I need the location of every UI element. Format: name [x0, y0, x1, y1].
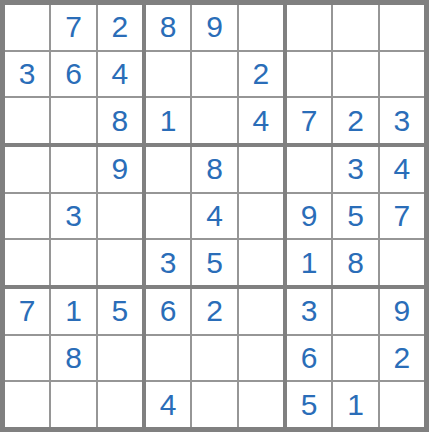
- cell-r1c9-empty[interactable]: [380, 5, 424, 50]
- cell-r7c8-empty[interactable]: [333, 289, 377, 334]
- cell-r8c5-empty[interactable]: [192, 336, 236, 381]
- cell-r2c8-empty[interactable]: [333, 52, 377, 97]
- cell-r2c9-empty[interactable]: [380, 52, 424, 97]
- cell-r3c7-given: 7: [287, 98, 331, 143]
- cell-r4c6-empty[interactable]: [239, 147, 283, 192]
- cell-r8c3-empty[interactable]: [98, 336, 142, 381]
- cell-r4c2-empty[interactable]: [51, 147, 95, 192]
- cell-r2c7-empty[interactable]: [287, 52, 331, 97]
- cell-r2c1-given: 3: [5, 52, 49, 97]
- cell-r5c5-given: 4: [192, 194, 236, 239]
- cell-r7c9-given: 9: [380, 289, 424, 334]
- sudoku-box-3: 723: [287, 5, 424, 143]
- cell-r3c2-empty[interactable]: [51, 98, 95, 143]
- cell-r7c3-given: 5: [98, 289, 142, 334]
- cell-r3c5-empty[interactable]: [192, 98, 236, 143]
- cell-r3c3-given: 8: [98, 98, 142, 143]
- cell-r6c2-empty[interactable]: [51, 240, 95, 285]
- cell-r1c6-empty[interactable]: [239, 5, 283, 50]
- cell-r5c2-given: 3: [51, 194, 95, 239]
- cell-r7c1-given: 7: [5, 289, 49, 334]
- sudoku-box-5: 8435: [146, 147, 283, 285]
- cell-r6c4-given: 3: [146, 240, 190, 285]
- cell-r1c4-given: 8: [146, 5, 190, 50]
- cell-r4c9-given: 4: [380, 147, 424, 192]
- cell-r8c9-given: 2: [380, 336, 424, 381]
- cell-r9c7-given: 5: [287, 382, 331, 427]
- cell-r1c1-empty[interactable]: [5, 5, 49, 50]
- cell-r7c6-empty[interactable]: [239, 289, 283, 334]
- cell-r8c4-empty[interactable]: [146, 336, 190, 381]
- cell-r6c8-given: 8: [333, 240, 377, 285]
- cell-r9c4-given: 4: [146, 382, 190, 427]
- cell-r9c9-empty[interactable]: [380, 382, 424, 427]
- cell-r1c5-given: 9: [192, 5, 236, 50]
- cell-r4c7-empty[interactable]: [287, 147, 331, 192]
- sudoku-box-1: 723648: [5, 5, 142, 143]
- sudoku-box-2: 89214: [146, 5, 283, 143]
- cell-r6c9-empty[interactable]: [380, 240, 424, 285]
- cell-r5c8-given: 5: [333, 194, 377, 239]
- cell-r3c8-given: 2: [333, 98, 377, 143]
- sudoku-box-7: 7158: [5, 289, 142, 427]
- sudoku-box-6: 3495718: [287, 147, 424, 285]
- cell-r9c3-empty[interactable]: [98, 382, 142, 427]
- sudoku-board: 7236488921472393843534957187158624396251: [0, 0, 429, 432]
- cell-r3c6-given: 4: [239, 98, 283, 143]
- cell-r5c4-empty[interactable]: [146, 194, 190, 239]
- cell-r5c1-empty[interactable]: [5, 194, 49, 239]
- cell-r5c7-given: 9: [287, 194, 331, 239]
- cell-r6c6-empty[interactable]: [239, 240, 283, 285]
- cell-r2c4-empty[interactable]: [146, 52, 190, 97]
- cell-r2c2-given: 6: [51, 52, 95, 97]
- cell-r1c2-given: 7: [51, 5, 95, 50]
- cell-r7c5-given: 2: [192, 289, 236, 334]
- cell-r9c1-empty[interactable]: [5, 382, 49, 427]
- cell-r4c8-given: 3: [333, 147, 377, 192]
- cell-r6c1-empty[interactable]: [5, 240, 49, 285]
- cell-r4c5-given: 8: [192, 147, 236, 192]
- sudoku-box-9: 396251: [287, 289, 424, 427]
- cell-r2c5-empty[interactable]: [192, 52, 236, 97]
- cell-r2c3-given: 4: [98, 52, 142, 97]
- cell-r1c3-given: 2: [98, 5, 142, 50]
- cell-r8c7-given: 6: [287, 336, 331, 381]
- cell-r5c6-empty[interactable]: [239, 194, 283, 239]
- cell-r1c7-empty[interactable]: [287, 5, 331, 50]
- cell-r1c8-empty[interactable]: [333, 5, 377, 50]
- cell-r9c2-empty[interactable]: [51, 382, 95, 427]
- cell-r9c6-empty[interactable]: [239, 382, 283, 427]
- cell-r6c3-empty[interactable]: [98, 240, 142, 285]
- cell-r7c7-given: 3: [287, 289, 331, 334]
- cell-r8c1-empty[interactable]: [5, 336, 49, 381]
- cell-r7c4-given: 6: [146, 289, 190, 334]
- cell-r4c4-empty[interactable]: [146, 147, 190, 192]
- cell-r8c2-given: 8: [51, 336, 95, 381]
- cell-r4c3-given: 9: [98, 147, 142, 192]
- cell-r6c5-given: 5: [192, 240, 236, 285]
- cell-r9c8-given: 1: [333, 382, 377, 427]
- cell-r7c2-given: 1: [51, 289, 95, 334]
- cell-r5c3-empty[interactable]: [98, 194, 142, 239]
- sudoku-box-4: 93: [5, 147, 142, 285]
- cell-r4c1-empty[interactable]: [5, 147, 49, 192]
- cell-r3c4-given: 1: [146, 98, 190, 143]
- cell-r5c9-given: 7: [380, 194, 424, 239]
- cell-r6c7-given: 1: [287, 240, 331, 285]
- sudoku-box-8: 624: [146, 289, 283, 427]
- cell-r3c9-given: 3: [380, 98, 424, 143]
- cell-r3c1-empty[interactable]: [5, 98, 49, 143]
- cell-r9c5-empty[interactable]: [192, 382, 236, 427]
- cell-r8c6-empty[interactable]: [239, 336, 283, 381]
- cell-r2c6-given: 2: [239, 52, 283, 97]
- cell-r8c8-empty[interactable]: [333, 336, 377, 381]
